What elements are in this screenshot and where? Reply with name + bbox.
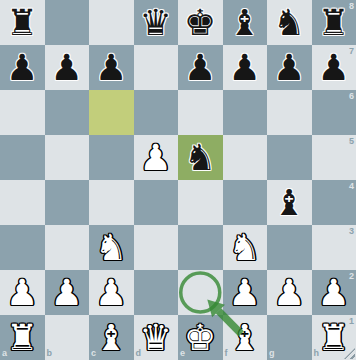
square-d5[interactable]: ♟ xyxy=(134,135,179,180)
square-c2[interactable]: ♟ xyxy=(89,270,134,315)
square-e1[interactable]: ♚e xyxy=(178,315,223,360)
square-f1[interactable]: ♝f xyxy=(223,315,268,360)
square-g2[interactable]: ♟ xyxy=(267,270,312,315)
square-c4[interactable] xyxy=(89,180,134,225)
piece-black-rook[interactable]: ♜ xyxy=(318,5,350,41)
square-h5[interactable]: 5 xyxy=(312,135,356,180)
square-c3[interactable]: ♞ xyxy=(89,225,134,270)
square-f2[interactable]: ♟ xyxy=(223,270,268,315)
square-e6[interactable] xyxy=(178,90,223,135)
square-f7[interactable]: ♟ xyxy=(223,45,268,90)
square-d4[interactable] xyxy=(134,180,179,225)
file-label-b: b xyxy=(47,349,53,358)
square-a4[interactable] xyxy=(0,180,45,225)
square-d8[interactable]: ♛ xyxy=(134,0,179,45)
square-c1[interactable]: ♝c xyxy=(89,315,134,360)
square-h7[interactable]: ♟7 xyxy=(312,45,356,90)
piece-black-bishop[interactable]: ♝ xyxy=(229,5,261,41)
square-b2[interactable]: ♟ xyxy=(45,270,90,315)
square-h4[interactable]: 4 xyxy=(312,180,356,225)
piece-black-pawn[interactable]: ♟ xyxy=(6,50,38,86)
piece-white-rook[interactable]: ♜ xyxy=(318,320,350,356)
square-d7[interactable] xyxy=(134,45,179,90)
square-e8[interactable]: ♚ xyxy=(178,0,223,45)
piece-black-king[interactable]: ♚ xyxy=(184,5,216,41)
square-c5[interactable] xyxy=(89,135,134,180)
square-h3[interactable]: 3 xyxy=(312,225,356,270)
piece-white-pawn[interactable]: ♟ xyxy=(6,275,38,311)
square-e7[interactable]: ♟ xyxy=(178,45,223,90)
square-b6[interactable] xyxy=(45,90,90,135)
square-e3[interactable] xyxy=(178,225,223,270)
square-c8[interactable] xyxy=(89,0,134,45)
square-e4[interactable] xyxy=(178,180,223,225)
piece-white-pawn[interactable]: ♟ xyxy=(51,275,83,311)
piece-black-pawn[interactable]: ♟ xyxy=(51,50,83,86)
square-g4[interactable]: ♝ xyxy=(267,180,312,225)
square-a3[interactable] xyxy=(0,225,45,270)
board-squares: ♜♛♚♝♞♜8♟♟♟♟♟♟♟76♟♞5♝4♞♞3♟♟♟♟♟♟2♜ab♝c♛d♚e… xyxy=(0,0,356,360)
piece-black-pawn[interactable]: ♟ xyxy=(318,50,350,86)
square-h1[interactable]: ♜1h xyxy=(312,315,356,360)
piece-black-rook[interactable]: ♜ xyxy=(6,5,38,41)
piece-white-pawn[interactable]: ♟ xyxy=(140,140,172,176)
square-g6[interactable] xyxy=(267,90,312,135)
square-c7[interactable]: ♟ xyxy=(89,45,134,90)
square-f3[interactable]: ♞ xyxy=(223,225,268,270)
square-b8[interactable] xyxy=(45,0,90,45)
piece-black-pawn[interactable]: ♟ xyxy=(273,50,305,86)
square-a5[interactable] xyxy=(0,135,45,180)
square-e5[interactable]: ♞ xyxy=(178,135,223,180)
square-b7[interactable]: ♟ xyxy=(45,45,90,90)
chess-board: ♜♛♚♝♞♜8♟♟♟♟♟♟♟76♟♞5♝4♞♞3♟♟♟♟♟♟2♜ab♝c♛d♚e… xyxy=(0,0,356,360)
square-b1[interactable]: b xyxy=(45,315,90,360)
piece-white-pawn[interactable]: ♟ xyxy=(318,275,350,311)
square-b3[interactable] xyxy=(45,225,90,270)
square-a1[interactable]: ♜a xyxy=(0,315,45,360)
piece-white-pawn[interactable]: ♟ xyxy=(273,275,305,311)
piece-white-pawn[interactable]: ♟ xyxy=(229,275,261,311)
piece-white-knight[interactable]: ♞ xyxy=(229,230,261,266)
rank-label-6: 6 xyxy=(349,92,354,101)
square-a2[interactable]: ♟ xyxy=(0,270,45,315)
square-f5[interactable] xyxy=(223,135,268,180)
square-h6[interactable]: 6 xyxy=(312,90,356,135)
square-a8[interactable]: ♜ xyxy=(0,0,45,45)
square-g8[interactable]: ♞ xyxy=(267,0,312,45)
square-b5[interactable] xyxy=(45,135,90,180)
piece-black-knight[interactable]: ♞ xyxy=(184,140,216,176)
square-e2[interactable] xyxy=(178,270,223,315)
rank-label-4: 4 xyxy=(349,182,354,191)
piece-black-pawn[interactable]: ♟ xyxy=(229,50,261,86)
square-h8[interactable]: ♜8 xyxy=(312,0,356,45)
piece-black-pawn[interactable]: ♟ xyxy=(184,50,216,86)
square-a6[interactable] xyxy=(0,90,45,135)
square-g3[interactable] xyxy=(267,225,312,270)
square-f6[interactable] xyxy=(223,90,268,135)
square-a7[interactable]: ♟ xyxy=(0,45,45,90)
square-f8[interactable]: ♝ xyxy=(223,0,268,45)
square-d1[interactable]: ♛d xyxy=(134,315,179,360)
piece-white-knight[interactable]: ♞ xyxy=(95,230,127,266)
square-g1[interactable]: g xyxy=(267,315,312,360)
piece-black-pawn[interactable]: ♟ xyxy=(95,50,127,86)
square-g7[interactable]: ♟ xyxy=(267,45,312,90)
piece-white-bishop[interactable]: ♝ xyxy=(229,320,261,356)
piece-black-knight[interactable]: ♞ xyxy=(273,5,305,41)
square-d6[interactable] xyxy=(134,90,179,135)
piece-black-queen[interactable]: ♛ xyxy=(140,5,172,41)
piece-black-bishop[interactable]: ♝ xyxy=(273,185,305,221)
rank-label-3: 3 xyxy=(349,227,354,236)
square-c6[interactable] xyxy=(89,90,134,135)
file-label-f: f xyxy=(225,349,228,358)
piece-white-pawn[interactable]: ♟ xyxy=(95,275,127,311)
piece-white-king[interactable]: ♚ xyxy=(184,320,216,356)
rank-label-5: 5 xyxy=(349,137,354,146)
square-d3[interactable] xyxy=(134,225,179,270)
square-g5[interactable] xyxy=(267,135,312,180)
piece-white-bishop[interactable]: ♝ xyxy=(95,320,127,356)
square-b4[interactable] xyxy=(45,180,90,225)
square-f4[interactable] xyxy=(223,180,268,225)
square-d2[interactable] xyxy=(134,270,179,315)
piece-white-rook[interactable]: ♜ xyxy=(6,320,38,356)
piece-white-queen[interactable]: ♛ xyxy=(140,320,172,356)
square-h2[interactable]: ♟2 xyxy=(312,270,356,315)
file-label-g: g xyxy=(269,349,275,358)
